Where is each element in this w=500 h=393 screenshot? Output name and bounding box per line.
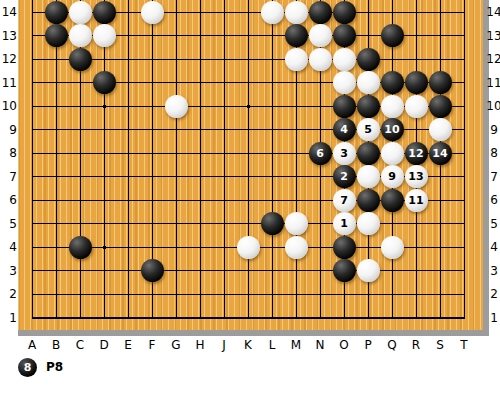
stone-black-C12 xyxy=(69,48,92,71)
star-point-D4 xyxy=(103,246,106,249)
column-label-J: J xyxy=(215,337,233,353)
stone-white-D13 xyxy=(93,24,116,47)
move-number-14: 14 xyxy=(429,142,452,165)
column-label-G: G xyxy=(167,337,185,353)
grid-line-horizontal-2 xyxy=(32,294,465,295)
stone-black-O14 xyxy=(333,1,356,24)
stone-white-M4 xyxy=(285,236,308,259)
stone-white-P3 xyxy=(357,259,380,282)
stone-white-S9 xyxy=(429,118,452,141)
stone-white-R10 xyxy=(405,95,428,118)
grid-line-horizontal-3 xyxy=(32,270,465,271)
column-label-D: D xyxy=(95,337,113,353)
row-label-left-9: 9 xyxy=(0,122,17,138)
stone-black-M13 xyxy=(285,24,308,47)
row-label-right-9: 9 xyxy=(485,122,500,138)
move-number-12: 12 xyxy=(405,142,428,165)
column-label-Q: Q xyxy=(383,337,401,353)
stone-black-Q13 xyxy=(381,24,404,47)
stone-white-N12 xyxy=(309,48,332,71)
row-label-right-14: 14 xyxy=(485,4,500,20)
stone-black-D11 xyxy=(93,71,116,94)
stone-white-G10 xyxy=(165,95,188,118)
stone-white-Q7: 9 xyxy=(381,165,404,188)
stone-black-P10 xyxy=(357,95,380,118)
stone-black-B13 xyxy=(45,24,68,47)
column-label-F: F xyxy=(143,337,161,353)
move-number-4: 4 xyxy=(333,118,356,141)
row-label-right-11: 11 xyxy=(485,75,500,91)
stone-white-M12 xyxy=(285,48,308,71)
row-label-left-8: 8 xyxy=(0,145,17,161)
caption-move-number: 8 xyxy=(24,361,32,374)
stone-black-Q11 xyxy=(381,71,404,94)
stone-white-M5 xyxy=(285,212,308,235)
stone-black-R8: 12 xyxy=(405,142,428,165)
stone-white-P9: 5 xyxy=(357,118,380,141)
row-label-right-1: 1 xyxy=(485,310,500,326)
move-number-1: 1 xyxy=(333,212,356,235)
row-label-left-1: 1 xyxy=(0,310,17,326)
column-label-R: R xyxy=(407,337,425,353)
stone-black-Q9: 10 xyxy=(381,118,404,141)
row-label-right-13: 13 xyxy=(485,28,500,44)
stone-white-Q8 xyxy=(381,142,404,165)
stone-white-Q10 xyxy=(381,95,404,118)
grid-line-horizontal-12 xyxy=(32,59,465,60)
stone-black-O3 xyxy=(333,259,356,282)
column-label-H: H xyxy=(191,337,209,353)
row-label-right-5: 5 xyxy=(485,216,500,232)
stone-white-C13 xyxy=(69,24,92,47)
grid-line-horizontal-5 xyxy=(32,223,465,224)
stone-black-F3 xyxy=(141,259,164,282)
stone-black-C4 xyxy=(69,236,92,259)
stone-black-L5 xyxy=(261,212,284,235)
stone-white-P7 xyxy=(357,165,380,188)
stone-black-O9: 4 xyxy=(333,118,356,141)
board-bottom-shadow xyxy=(18,330,489,336)
stone-black-R11 xyxy=(405,71,428,94)
move-number-3: 3 xyxy=(333,142,356,165)
column-label-K: K xyxy=(239,337,257,353)
stone-black-S11 xyxy=(429,71,452,94)
stone-white-Q4 xyxy=(381,236,404,259)
star-point-K10 xyxy=(247,105,250,108)
row-label-left-11: 11 xyxy=(0,75,17,91)
stone-black-O13 xyxy=(333,24,356,47)
column-label-T: T xyxy=(455,337,473,353)
row-label-left-4: 4 xyxy=(0,239,17,255)
caption: 8 P8 xyxy=(18,357,63,377)
row-label-left-6: 6 xyxy=(0,192,17,208)
grid-line-horizontal-1 xyxy=(32,317,465,319)
row-label-right-4: 4 xyxy=(485,239,500,255)
stone-black-P6 xyxy=(357,189,380,212)
stone-white-P11 xyxy=(357,71,380,94)
column-label-M: M xyxy=(287,337,305,353)
column-label-O: O xyxy=(335,337,353,353)
row-label-left-7: 7 xyxy=(0,169,17,185)
move-number-6: 6 xyxy=(309,142,332,165)
row-label-right-2: 2 xyxy=(485,286,500,302)
stone-black-O10 xyxy=(333,95,356,118)
column-label-S: S xyxy=(431,337,449,353)
row-label-left-10: 10 xyxy=(0,98,17,114)
stone-white-N13 xyxy=(309,24,332,47)
row-label-right-8: 8 xyxy=(485,145,500,161)
move-number-11: 11 xyxy=(405,189,428,212)
row-label-right-12: 12 xyxy=(485,51,500,67)
row-label-left-12: 12 xyxy=(0,51,17,67)
stone-white-O6: 7 xyxy=(333,189,356,212)
row-label-right-3: 3 xyxy=(485,263,500,279)
row-label-left-3: 3 xyxy=(0,263,17,279)
stone-black-O7: 2 xyxy=(333,165,356,188)
stone-white-R6: 11 xyxy=(405,189,428,212)
row-label-left-2: 2 xyxy=(0,286,17,302)
column-label-B: B xyxy=(47,337,65,353)
stone-white-O11 xyxy=(333,71,356,94)
stone-white-R7: 13 xyxy=(405,165,428,188)
row-label-left-14: 14 xyxy=(0,4,17,20)
stone-black-D14 xyxy=(93,1,116,24)
row-label-right-7: 7 xyxy=(485,169,500,185)
stone-black-B14 xyxy=(45,1,68,24)
stone-black-O4 xyxy=(333,236,356,259)
star-point-D10 xyxy=(103,105,106,108)
move-number-5: 5 xyxy=(357,118,380,141)
stone-black-N8: 6 xyxy=(309,142,332,165)
stone-black-N14 xyxy=(309,1,332,24)
move-number-13: 13 xyxy=(405,165,428,188)
stone-white-C14 xyxy=(69,1,92,24)
row-label-left-5: 5 xyxy=(0,216,17,232)
stone-white-M14 xyxy=(285,1,308,24)
stone-black-P8 xyxy=(357,142,380,165)
caption-move-stone: 8 xyxy=(18,358,37,377)
stone-black-Q6 xyxy=(381,189,404,212)
row-label-right-10: 10 xyxy=(485,98,500,114)
move-number-7: 7 xyxy=(333,189,356,212)
caption-coordinate: P8 xyxy=(46,360,63,374)
move-number-9: 9 xyxy=(381,165,404,188)
stone-black-S10 xyxy=(429,95,452,118)
row-label-left-13: 13 xyxy=(0,28,17,44)
row-label-right-6: 6 xyxy=(485,192,500,208)
column-label-E: E xyxy=(119,337,137,353)
stone-white-O8: 3 xyxy=(333,142,356,165)
column-label-P: P xyxy=(359,337,377,353)
stone-white-F14 xyxy=(141,1,164,24)
stone-white-O5: 1 xyxy=(333,212,356,235)
stone-white-L14 xyxy=(261,1,284,24)
column-label-L: L xyxy=(263,337,281,353)
stone-white-O12 xyxy=(333,48,356,71)
move-number-10: 10 xyxy=(381,118,404,141)
move-number-2: 2 xyxy=(333,165,356,188)
stone-white-K4 xyxy=(237,236,260,259)
stone-black-P12 xyxy=(357,48,380,71)
column-label-N: N xyxy=(311,337,329,353)
column-label-C: C xyxy=(71,337,89,353)
column-label-A: A xyxy=(23,337,41,353)
stone-white-P5 xyxy=(357,212,380,235)
stone-black-S8: 14 xyxy=(429,142,452,165)
go-diagram: 14141313121211111010998877665544332211AB… xyxy=(0,0,500,393)
